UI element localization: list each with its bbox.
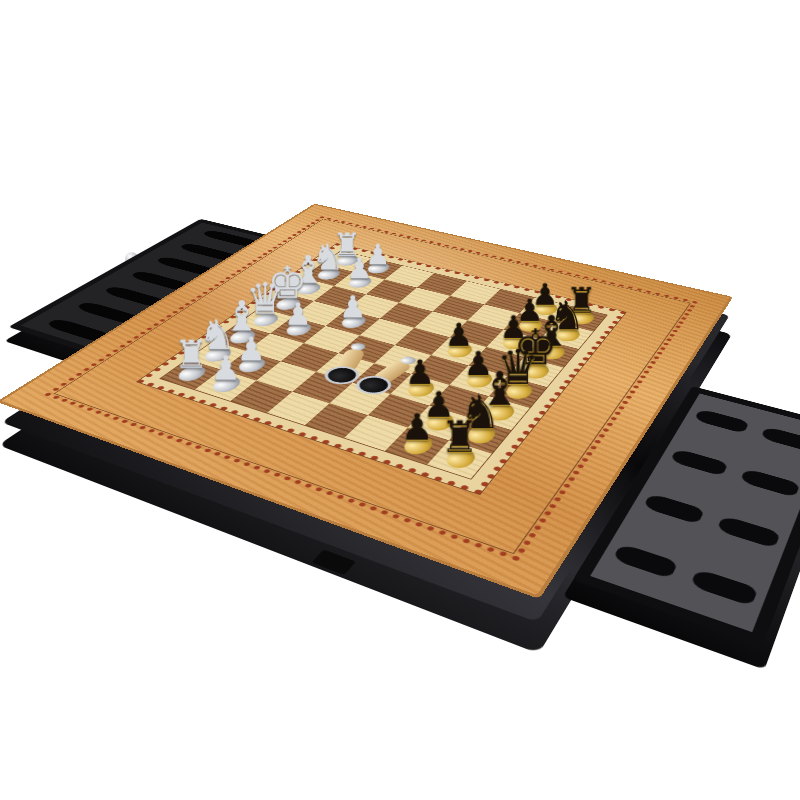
foam-piece-cutout <box>739 468 800 498</box>
foam-piece-cutout <box>693 408 749 433</box>
foam-piece-cutout <box>642 493 705 525</box>
foam-piece-cutout <box>715 515 780 548</box>
foam-piece-cutout <box>669 448 728 476</box>
white-pawn-glyph: ♟ <box>323 273 382 322</box>
foam-piece-cutout <box>760 426 800 452</box>
foam-piece-cutout <box>611 543 678 579</box>
white-pawn-glyph: ♟ <box>193 331 258 385</box>
black-rook-glyph: ♜ <box>424 399 496 459</box>
chess-box: ♜♞♝♛♚♝♞♜♟♟♟♟♟♟♟♟♟♟♟♟♟♟♜♞♝♛♚♝♞♜ <box>11 239 723 643</box>
foam-piece-cutout <box>689 568 758 606</box>
product-photo-scene: ♜♞♝♛♚♝♞♜♟♟♟♟♟♟♟♟♟♟♟♟♟♟♜♞♝♛♚♝♞♜ <box>0 0 800 800</box>
